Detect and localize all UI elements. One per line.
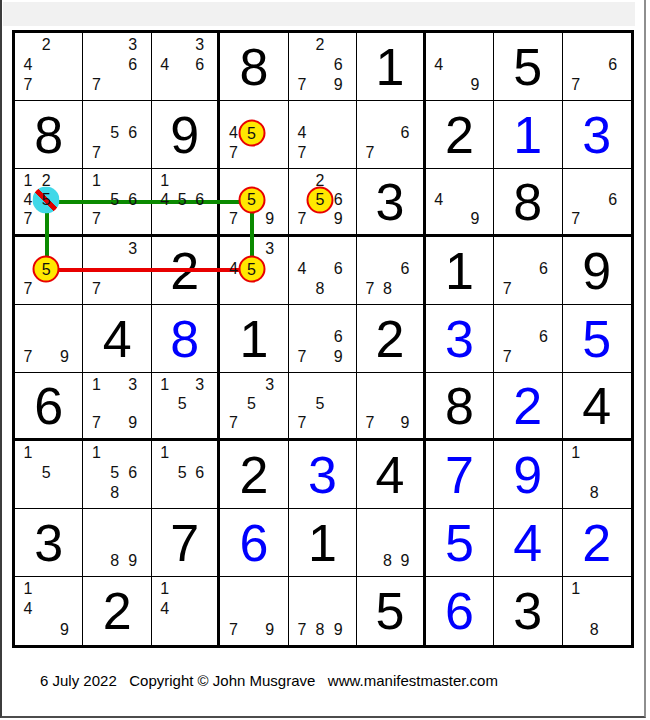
candidate-slot bbox=[604, 75, 622, 95]
candidate-grid: 57 bbox=[289, 373, 356, 438]
cell-r2c3[interactable]: 9 bbox=[152, 101, 220, 169]
candidate-slot: 6 bbox=[124, 190, 142, 209]
cell-r8c2[interactable]: 89 bbox=[83, 509, 151, 577]
cell-r9c8[interactable]: 3 bbox=[494, 577, 562, 645]
cell-r5c9[interactable]: 5 bbox=[563, 305, 631, 373]
candidate-grid: 247 bbox=[15, 33, 82, 100]
candidate-grid: 37 bbox=[83, 237, 150, 304]
candidate-slot bbox=[466, 171, 484, 190]
candidate-slot: 7 bbox=[87, 143, 105, 163]
cell-r5c3[interactable]: 8 bbox=[152, 305, 220, 373]
candidate-slot bbox=[261, 599, 279, 619]
candidate-slot bbox=[361, 511, 378, 531]
candidate-slot: 9 bbox=[55, 347, 73, 367]
candidate-slot: 8 bbox=[106, 483, 124, 503]
candidate-grid: 57 bbox=[15, 237, 82, 304]
candidate-slot: 7 bbox=[87, 75, 105, 95]
candidate-slot bbox=[585, 171, 603, 190]
candidate-slot: 7 bbox=[293, 210, 311, 229]
cell-r2c6[interactable]: 67 bbox=[357, 101, 425, 169]
solved-digit: 2 bbox=[103, 585, 132, 637]
cell-r3c5[interactable]: 25679 bbox=[289, 169, 357, 237]
cell-r7c6[interactable]: 4 bbox=[357, 441, 425, 509]
candidate-slot bbox=[293, 394, 311, 413]
candidate-slot bbox=[191, 599, 208, 619]
cell-r9c9[interactable]: 18 bbox=[563, 577, 631, 645]
candidate-slot bbox=[156, 483, 173, 503]
candidate-slot bbox=[293, 239, 311, 259]
cell-r5c8[interactable]: 67 bbox=[494, 305, 562, 373]
cell-r6c2[interactable]: 1379 bbox=[83, 373, 151, 441]
candidate-slot bbox=[293, 375, 311, 394]
candidate-grid: 67 bbox=[494, 305, 561, 372]
cell-r1c8[interactable]: 5 bbox=[494, 33, 562, 101]
candidate-slot: 6 bbox=[329, 55, 347, 75]
candidate-slot bbox=[430, 75, 448, 95]
candidate-slot: 9 bbox=[466, 210, 484, 229]
cell-r6c9[interactable]: 4 bbox=[563, 373, 631, 441]
candidate-slot bbox=[361, 375, 378, 394]
candidate-slot bbox=[173, 414, 190, 433]
candidate-slot bbox=[498, 307, 516, 327]
candidate-slot bbox=[567, 620, 585, 640]
candidate-slot bbox=[156, 75, 173, 95]
candidate-slot: 9 bbox=[261, 210, 279, 229]
candidate-slot: 1 bbox=[87, 375, 105, 394]
candidate-slot bbox=[311, 599, 329, 619]
candidate-slot: 6 bbox=[191, 463, 208, 483]
candidate-slot bbox=[106, 259, 124, 279]
candidate-slot bbox=[379, 394, 396, 413]
cell-r1c5[interactable]: 2679 bbox=[289, 33, 357, 101]
candidate-slot bbox=[124, 210, 142, 229]
cell-r9c4[interactable]: 79 bbox=[220, 577, 288, 645]
candidate-slot bbox=[567, 463, 585, 483]
candidate-slot bbox=[585, 75, 603, 95]
cell-r4c7[interactable]: 1 bbox=[426, 237, 494, 305]
candidate-slot bbox=[173, 483, 190, 503]
cell-r4c1[interactable]: 57 bbox=[15, 237, 83, 305]
candidate-slot bbox=[466, 190, 484, 209]
candidate-slot bbox=[361, 239, 378, 259]
candidate-slot: 5 bbox=[106, 190, 124, 209]
solved-digit: 1 bbox=[513, 109, 542, 161]
candidate-slot bbox=[224, 279, 242, 299]
candidate-slot: 9 bbox=[329, 620, 347, 640]
candidate-slot: 7 bbox=[87, 279, 105, 299]
candidate-slot: 5 bbox=[37, 463, 55, 483]
solved-digit: 5 bbox=[445, 517, 474, 569]
candidate-slot bbox=[55, 579, 73, 599]
cell-r1c7[interactable]: 49 bbox=[426, 33, 494, 101]
candidate-slot bbox=[191, 75, 208, 95]
solved-digit: 3 bbox=[445, 313, 474, 365]
candidate-slot bbox=[430, 35, 448, 55]
candidate-slot bbox=[516, 347, 534, 367]
candidate-slot bbox=[106, 375, 124, 394]
candidate-slot: 8 bbox=[585, 483, 603, 503]
solved-digit: 3 bbox=[582, 109, 611, 161]
candidate-slot bbox=[396, 143, 413, 163]
cell-r8c8[interactable]: 4 bbox=[494, 509, 562, 577]
candidate-slot bbox=[242, 599, 260, 619]
cell-r8c3[interactable]: 7 bbox=[152, 509, 220, 577]
candidate-slot bbox=[293, 327, 311, 347]
candidate-slot: 6 bbox=[396, 123, 413, 143]
candidate-slot bbox=[329, 103, 347, 123]
candidate-slot bbox=[55, 279, 73, 299]
candidate-slot: 9 bbox=[329, 347, 347, 367]
candidate-slot: 1 bbox=[156, 579, 173, 599]
candidate-slot bbox=[173, 375, 190, 394]
candidate-slot bbox=[87, 103, 105, 123]
candidate-slot bbox=[87, 483, 105, 503]
sudoku-board: 2473673468267914956785679457476721312457… bbox=[12, 30, 634, 648]
cell-r7c8[interactable]: 9 bbox=[494, 441, 562, 509]
cell-r3c7[interactable]: 49 bbox=[426, 169, 494, 237]
candidate-slot bbox=[224, 394, 242, 413]
candidate-slot bbox=[124, 259, 142, 279]
candidate-slot bbox=[106, 443, 124, 463]
candidate-slot: 9 bbox=[396, 414, 413, 433]
solved-digit: 2 bbox=[375, 313, 404, 365]
candidate-slot bbox=[293, 171, 311, 190]
candidate-slot: 1 bbox=[19, 443, 37, 463]
candidate-grid: 357 bbox=[220, 373, 287, 438]
cell-r3c6[interactable]: 3 bbox=[357, 169, 425, 237]
candidate-slot bbox=[55, 307, 73, 327]
candidate-slot bbox=[567, 483, 585, 503]
cell-r8c4[interactable]: 6 bbox=[220, 509, 288, 577]
candidate-grid: 135 bbox=[152, 373, 217, 438]
candidate-grid: 1567 bbox=[83, 169, 150, 234]
candidate-slot: 9 bbox=[55, 620, 73, 640]
candidate-slot bbox=[585, 599, 603, 619]
cell-r9c2[interactable]: 2 bbox=[83, 577, 151, 645]
cell-r6c3[interactable]: 135 bbox=[152, 373, 220, 441]
cell-r1c1[interactable]: 247 bbox=[15, 33, 83, 101]
candidate-slot bbox=[87, 239, 105, 259]
candidate-slot: 7 bbox=[224, 143, 242, 163]
cell-r8c7[interactable]: 5 bbox=[426, 509, 494, 577]
solved-digit: 3 bbox=[375, 176, 404, 228]
cell-r3c2[interactable]: 1567 bbox=[83, 169, 151, 237]
candidate-slot bbox=[106, 511, 124, 531]
cell-r7c2[interactable]: 1568 bbox=[83, 441, 151, 509]
cell-r4c2[interactable]: 37 bbox=[83, 237, 151, 305]
candidate-slot bbox=[329, 394, 347, 413]
candidate-grid: 679 bbox=[289, 305, 356, 372]
cell-r7c5[interactable]: 3 bbox=[289, 441, 357, 509]
cell-r9c6[interactable]: 5 bbox=[357, 577, 425, 645]
candidate-slot bbox=[37, 327, 55, 347]
candidate-slot bbox=[106, 210, 124, 229]
cell-r5c4[interactable]: 1 bbox=[220, 305, 288, 373]
candidate-slot bbox=[173, 75, 190, 95]
candidate-slot bbox=[516, 239, 534, 259]
cell-r8c6[interactable]: 89 bbox=[357, 509, 425, 577]
candidate-slot bbox=[55, 327, 73, 347]
candidate-slot bbox=[329, 171, 347, 190]
candidate-grid: 79 bbox=[220, 577, 287, 645]
candidate-slot bbox=[261, 103, 279, 123]
candidate-slot bbox=[242, 579, 260, 599]
candidate-slot: 9 bbox=[261, 620, 279, 640]
solved-digit: 2 bbox=[240, 449, 269, 501]
candidate-slot: 5 bbox=[173, 394, 190, 413]
candidate-slot bbox=[604, 483, 622, 503]
cell-r4c4[interactable]: 345 bbox=[220, 237, 288, 305]
candidate-slot: 2 bbox=[37, 35, 55, 55]
candidate-slot: 4 bbox=[156, 190, 173, 209]
candidate-slot: 3 bbox=[124, 239, 142, 259]
candidate-slot bbox=[124, 103, 142, 123]
candidate-slot bbox=[106, 414, 124, 433]
candidate-slot bbox=[87, 259, 105, 279]
cell-r9c1[interactable]: 149 bbox=[15, 577, 83, 645]
candidate-slot: 7 bbox=[87, 210, 105, 229]
candidate-slot: 4 bbox=[293, 123, 311, 143]
cell-r3c8[interactable]: 8 bbox=[494, 169, 562, 237]
cell-r8c9[interactable]: 2 bbox=[563, 509, 631, 577]
solved-digit: 6 bbox=[34, 380, 63, 432]
candidate-slot bbox=[604, 579, 622, 599]
candidate-slot bbox=[361, 103, 378, 123]
candidate-grid: 14 bbox=[152, 577, 217, 645]
candidate-slot bbox=[379, 531, 396, 551]
candidate-slot bbox=[191, 414, 208, 433]
candidate-slot bbox=[124, 75, 142, 95]
candidate-slot bbox=[379, 123, 396, 143]
candidate-slot bbox=[19, 483, 37, 503]
candidate-slot bbox=[585, 443, 603, 463]
cell-r9c7[interactable]: 6 bbox=[426, 577, 494, 645]
candidate-slot bbox=[311, 327, 329, 347]
cell-r2c2[interactable]: 567 bbox=[83, 101, 151, 169]
candidate-grid: 367 bbox=[83, 33, 150, 100]
solved-digit: 8 bbox=[513, 176, 542, 228]
cell-r1c4[interactable]: 8 bbox=[220, 33, 288, 101]
candidate-slot bbox=[19, 327, 37, 347]
cell-r2c5[interactable]: 47 bbox=[289, 101, 357, 169]
candidate-slot bbox=[124, 279, 142, 299]
cell-r9c5[interactable]: 789 bbox=[289, 577, 357, 645]
cell-r3c4[interactable]: 579 bbox=[220, 169, 288, 237]
candidate-slot bbox=[242, 143, 260, 163]
cell-r8c5[interactable]: 1 bbox=[289, 509, 357, 577]
candidate-slot bbox=[191, 483, 208, 503]
candidate-slot bbox=[311, 123, 329, 143]
candidate-slot bbox=[430, 210, 448, 229]
cell-r6c8[interactable]: 2 bbox=[494, 373, 562, 441]
cell-r7c1[interactable]: 15 bbox=[15, 441, 83, 509]
candidate-slot bbox=[585, 579, 603, 599]
candidate-slot: 7 bbox=[87, 414, 105, 433]
cell-r5c5[interactable]: 679 bbox=[289, 305, 357, 373]
candidate-slot: 6 bbox=[191, 55, 208, 75]
candidate-slot bbox=[329, 375, 347, 394]
candidate-slot bbox=[498, 327, 516, 347]
candidate-slot bbox=[396, 511, 413, 531]
cell-r2c9[interactable]: 3 bbox=[563, 101, 631, 169]
cell-r5c2[interactable]: 4 bbox=[83, 305, 151, 373]
cell-r9c3[interactable]: 14 bbox=[152, 577, 220, 645]
cell-r7c3[interactable]: 156 bbox=[152, 441, 220, 509]
candidate-slot bbox=[261, 171, 279, 190]
candidate-slot bbox=[311, 210, 329, 229]
candidate-slot bbox=[37, 347, 55, 367]
candidate-slot bbox=[379, 259, 396, 279]
candidate-grid: 18 bbox=[563, 577, 631, 645]
candidate-slot bbox=[156, 463, 173, 483]
solved-digit: 4 bbox=[582, 380, 611, 432]
candidate-slot bbox=[293, 55, 311, 75]
candidate-slot bbox=[466, 55, 484, 75]
cell-r5c6[interactable]: 2 bbox=[357, 305, 425, 373]
candidate-slot: 7 bbox=[224, 414, 242, 433]
candidate-slot: 7 bbox=[19, 75, 37, 95]
candidate-slot: 6 bbox=[124, 123, 142, 143]
cell-r2c4[interactable]: 457 bbox=[220, 101, 288, 169]
candidate-slot bbox=[37, 279, 55, 299]
candidate-slot bbox=[191, 443, 208, 463]
candidate-slot bbox=[448, 55, 466, 75]
candidate-slot: 7 bbox=[567, 75, 585, 95]
cell-r4c5[interactable]: 468 bbox=[289, 237, 357, 305]
candidate-slot bbox=[534, 347, 552, 367]
solved-digit: 3 bbox=[34, 517, 63, 569]
candidate-slot bbox=[106, 143, 124, 163]
candidate-slot bbox=[224, 599, 242, 619]
candidate-slot bbox=[604, 443, 622, 463]
candidate-slot bbox=[37, 443, 55, 463]
candidate-slot bbox=[585, 55, 603, 75]
candidate-slot bbox=[329, 239, 347, 259]
solved-digit: 7 bbox=[445, 449, 474, 501]
solved-digit: 2 bbox=[445, 109, 474, 161]
cell-r6c7[interactable]: 8 bbox=[426, 373, 494, 441]
candidate-slot bbox=[173, 599, 190, 619]
cell-r2c1[interactable]: 8 bbox=[15, 101, 83, 169]
cell-r4c6[interactable]: 678 bbox=[357, 237, 425, 305]
candidate-slot bbox=[106, 75, 124, 95]
solved-digit: 9 bbox=[170, 109, 199, 161]
candidate-slot bbox=[124, 143, 142, 163]
candidate-slot: 6 bbox=[329, 327, 347, 347]
candidate-slot: 7 bbox=[224, 210, 242, 229]
candidate-slot: 7 bbox=[19, 210, 37, 229]
candidate-grid: 1456 bbox=[152, 169, 217, 234]
candidate-slot: 1 bbox=[156, 443, 173, 463]
candidate-slot bbox=[379, 375, 396, 394]
cell-r1c3[interactable]: 346 bbox=[152, 33, 220, 101]
cell-r6c4[interactable]: 357 bbox=[220, 373, 288, 441]
candidate-grid: 49 bbox=[426, 169, 493, 234]
cell-r7c9[interactable]: 18 bbox=[563, 441, 631, 509]
candidate-slot bbox=[55, 171, 73, 190]
cell-r7c4[interactable]: 2 bbox=[220, 441, 288, 509]
cell-r7c7[interactable]: 7 bbox=[426, 441, 494, 509]
candidate-slot bbox=[37, 210, 55, 229]
candidate-slot bbox=[156, 620, 173, 640]
candidate-slot bbox=[55, 599, 73, 619]
candidate-slot bbox=[448, 75, 466, 95]
candidate-slot bbox=[329, 414, 347, 433]
cell-r3c9[interactable]: 67 bbox=[563, 169, 631, 237]
candidate-grid: 79 bbox=[15, 305, 82, 372]
solved-digit: 5 bbox=[513, 41, 542, 93]
cell-r4c8[interactable]: 67 bbox=[494, 237, 562, 305]
candidate-slot bbox=[585, 463, 603, 483]
candidate-slot: 7 bbox=[361, 143, 378, 163]
candidate-slot bbox=[55, 35, 73, 55]
cell-r6c6[interactable]: 79 bbox=[357, 373, 425, 441]
cell-r3c3[interactable]: 1456 bbox=[152, 169, 220, 237]
scrollbar-track[interactable] bbox=[3, 2, 635, 26]
cell-r5c1[interactable]: 79 bbox=[15, 305, 83, 373]
candidate-slot: 6 bbox=[396, 259, 413, 279]
candidate-slot bbox=[224, 171, 242, 190]
candidate-grid: 67 bbox=[357, 101, 422, 168]
candidate-slot bbox=[55, 259, 73, 279]
candidate-grid: 579 bbox=[220, 169, 287, 234]
solved-digit: 7 bbox=[170, 517, 199, 569]
candidate-grid: 89 bbox=[83, 509, 150, 576]
cell-r1c6[interactable]: 1 bbox=[357, 33, 425, 101]
cell-r1c2[interactable]: 367 bbox=[83, 33, 151, 101]
candidate-slot bbox=[361, 259, 378, 279]
cell-r6c1[interactable]: 6 bbox=[15, 373, 83, 441]
candidate-slot bbox=[396, 103, 413, 123]
candidate-slot bbox=[498, 239, 516, 259]
cell-r4c9[interactable]: 9 bbox=[563, 237, 631, 305]
candidate-slot bbox=[430, 171, 448, 190]
solved-digit: 8 bbox=[445, 380, 474, 432]
candidate-slot bbox=[293, 599, 311, 619]
candidate-slot bbox=[37, 55, 55, 75]
candidate-slot bbox=[87, 511, 105, 531]
candidate-slot bbox=[261, 190, 279, 209]
cell-r2c8[interactable]: 1 bbox=[494, 101, 562, 169]
solved-digit: 4 bbox=[513, 517, 542, 569]
cell-r1c9[interactable]: 67 bbox=[563, 33, 631, 101]
cell-r8c1[interactable]: 3 bbox=[15, 509, 83, 577]
candidate-slot bbox=[55, 463, 73, 483]
candidate-slot bbox=[379, 143, 396, 163]
candidate-slot: 5 bbox=[242, 259, 260, 279]
cell-r3c1[interactable]: 12457 bbox=[15, 169, 83, 237]
candidate-slot bbox=[156, 210, 173, 229]
candidate-slot: 7 bbox=[567, 210, 585, 229]
candidate-slot: 6 bbox=[124, 463, 142, 483]
candidate-slot: 5 bbox=[311, 394, 329, 413]
candidate-slot bbox=[37, 620, 55, 640]
candidate-slot bbox=[293, 103, 311, 123]
candidate-slot: 9 bbox=[466, 75, 484, 95]
candidate-slot bbox=[173, 579, 190, 599]
candidate-grid: 67 bbox=[563, 33, 631, 100]
candidate-grid: 89 bbox=[357, 509, 422, 576]
solved-digit: 6 bbox=[445, 585, 474, 637]
cell-r6c5[interactable]: 57 bbox=[289, 373, 357, 441]
candidate-slot bbox=[311, 103, 329, 123]
candidate-slot bbox=[173, 210, 190, 229]
candidate-slot bbox=[87, 551, 105, 571]
cell-r5c7[interactable]: 3 bbox=[426, 305, 494, 373]
candidate-slot bbox=[604, 599, 622, 619]
cell-r2c7[interactable]: 2 bbox=[426, 101, 494, 169]
candidate-slot bbox=[173, 171, 190, 190]
